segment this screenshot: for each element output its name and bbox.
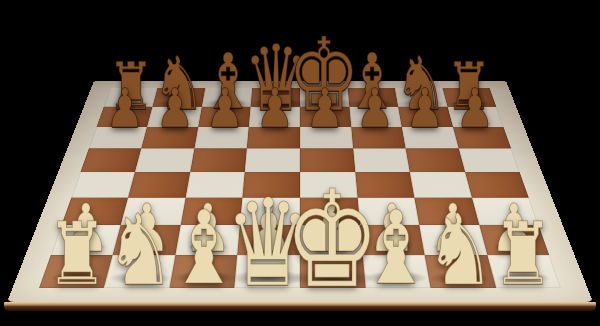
white-rook-glyph: ♜ [492, 211, 554, 297]
black-pawn-glyph: ♟ [456, 82, 495, 136]
piece-white-rook-h1[interactable]: ♜ [485, 211, 562, 297]
piece-black-pawn-d7[interactable]: ♟ [251, 82, 299, 136]
black-pawn-glyph: ♟ [256, 82, 295, 136]
black-pawn-glyph: ♟ [406, 82, 445, 136]
piece-black-pawn-e7[interactable]: ♟ [301, 82, 349, 136]
black-pawn-glyph: ♟ [206, 82, 245, 136]
black-pawn-glyph: ♟ [356, 82, 395, 136]
piece-black-pawn-b7[interactable]: ♟ [151, 82, 199, 136]
piece-black-pawn-c7[interactable]: ♟ [201, 82, 249, 136]
piece-black-pawn-h7[interactable]: ♟ [451, 82, 499, 136]
pieces-layer: ♜♞♝♛♚♝♞♜♟♟♟♟♟♟♟♟♟♟♟♟♟♟♟♟♜♞♝♛♚♝♞♜ [0, 0, 600, 326]
black-pawn-glyph: ♟ [156, 82, 195, 136]
piece-black-pawn-a7[interactable]: ♟ [101, 82, 149, 136]
piece-black-pawn-g7[interactable]: ♟ [401, 82, 449, 136]
black-pawn-glyph: ♟ [106, 82, 145, 136]
black-pawn-glyph: ♟ [306, 82, 345, 136]
piece-black-pawn-f7[interactable]: ♟ [351, 82, 399, 136]
chess-photo-scene: ♜♞♝♛♚♝♞♜♟♟♟♟♟♟♟♟♟♟♟♟♟♟♟♟♜♞♝♛♚♝♞♜ [0, 0, 600, 326]
